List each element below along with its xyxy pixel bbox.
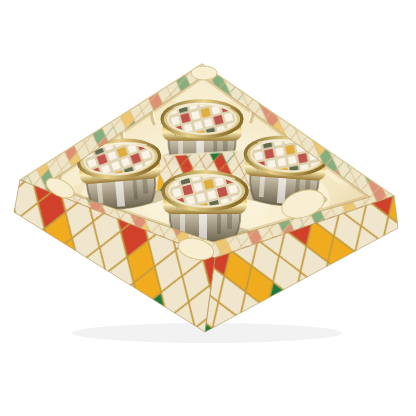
gift-box-scene [0, 0, 416, 416]
product-photo [0, 0, 416, 416]
